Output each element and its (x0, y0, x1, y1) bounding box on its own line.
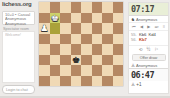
nav-last-icon[interactable]: ⏭ (155, 24, 159, 29)
square-e3[interactable] (81, 55, 92, 66)
game-action-bar: ⟲ ½ ⚐ (129, 45, 168, 53)
square-f6[interactable] (92, 23, 103, 34)
square-e8[interactable] (81, 2, 92, 13)
square-h2[interactable] (113, 65, 124, 76)
square-h8[interactable] (113, 2, 124, 13)
move-row: 56.Kb7 (131, 37, 166, 42)
square-c1[interactable] (60, 76, 71, 87)
square-a8[interactable] (39, 2, 50, 13)
material-advantage: ♙ +1 (129, 81, 168, 87)
knight-icon: ♞ (131, 17, 135, 22)
square-f7[interactable] (92, 13, 103, 24)
square-e7[interactable] (81, 13, 92, 24)
nav-prev-icon[interactable]: ◀ (140, 24, 143, 29)
square-c2[interactable] (60, 65, 71, 76)
white-king-piece[interactable]: ♚ (51, 13, 59, 24)
square-e5[interactable] (81, 34, 92, 45)
draw-icon[interactable]: ½ (146, 47, 150, 52)
square-f1[interactable] (92, 76, 103, 87)
square-d7[interactable] (71, 13, 82, 24)
square-c3[interactable] (60, 55, 71, 66)
square-d2[interactable] (71, 65, 82, 76)
square-g7[interactable] (102, 13, 113, 24)
square-a4[interactable] (39, 44, 50, 55)
square-e6[interactable] (81, 23, 92, 34)
page-footer-edge (0, 96, 170, 98)
square-b4[interactable] (50, 44, 61, 55)
square-d3[interactable]: ♚ (71, 55, 82, 66)
square-f8[interactable] (92, 2, 103, 13)
move-black[interactable]: Kd4 (148, 32, 155, 37)
clock-top: 07:17 (129, 3, 168, 16)
black-king-piece[interactable]: ♚ (72, 55, 80, 66)
square-d8[interactable] (71, 2, 82, 13)
square-h5[interactable] (113, 34, 124, 45)
resign-icon[interactable]: ⚐ (154, 47, 158, 52)
square-c5[interactable] (60, 34, 71, 45)
square-e4[interactable] (81, 44, 92, 55)
square-c7[interactable] (60, 13, 71, 24)
square-b6[interactable] (50, 23, 61, 34)
square-f3[interactable] (92, 55, 103, 66)
move-white[interactable]: Kb7 (139, 37, 147, 42)
square-h3[interactable] (113, 55, 124, 66)
square-c6[interactable] (60, 23, 71, 34)
square-g4[interactable] (102, 44, 113, 55)
nav-first-icon[interactable]: ⏮ (132, 24, 136, 29)
game-meta-box: 10+0 • Casual Anonymous Anonymous (2, 11, 35, 25)
square-a5[interactable] (39, 34, 50, 45)
white-pawn-piece[interactable]: ♟ (40, 23, 48, 34)
square-h6[interactable] (113, 23, 124, 34)
square-b2[interactable] (50, 65, 61, 76)
game-side-panel: 07:17 ♞ Anonymous ⏮ ◀ ▶ ⏭ ≡ 55.Kb6Kd456.… (128, 2, 169, 94)
square-d5[interactable] (71, 34, 82, 45)
square-c8[interactable] (60, 2, 71, 13)
square-f5[interactable] (92, 34, 103, 45)
offer-draw-button[interactable]: Offer draw (132, 54, 166, 61)
pawn-icon: ♙ (131, 63, 135, 68)
board-menu-icon[interactable]: ≡ (163, 24, 165, 29)
square-c4[interactable] (60, 44, 71, 55)
player-top-name: Anonymous (136, 17, 157, 22)
square-e2[interactable] (81, 65, 92, 76)
square-g1[interactable] (102, 76, 113, 87)
square-a1[interactable] (39, 76, 50, 87)
square-f4[interactable] (92, 44, 103, 55)
chess-board[interactable]: ♚♟♚ (39, 2, 123, 86)
square-g3[interactable] (102, 55, 113, 66)
move-number: 56. (131, 37, 137, 42)
square-e1[interactable] (81, 76, 92, 87)
lichess-logo[interactable]: lichess.org (2, 1, 31, 7)
square-d4[interactable] (71, 44, 82, 55)
square-b7[interactable]: ♚ (50, 13, 61, 24)
move-nav-bar: ⏮ ◀ ▶ ⏭ ≡ (129, 22, 168, 31)
nav-next-icon[interactable]: ▶ (147, 24, 150, 29)
move-list[interactable]: 55.Kb6Kd456.Kb7 (129, 31, 168, 45)
square-a6[interactable]: ♟ (39, 23, 50, 34)
square-a7[interactable] (39, 13, 50, 24)
player-bottom-name: Anonymous (136, 63, 157, 68)
square-d6[interactable] (71, 23, 82, 34)
takeback-icon[interactable]: ⟲ (139, 47, 143, 52)
square-a2[interactable] (39, 65, 50, 76)
square-f2[interactable] (92, 65, 103, 76)
square-a3[interactable] (39, 55, 50, 66)
square-b5[interactable] (50, 34, 61, 45)
square-h1[interactable] (113, 76, 124, 87)
square-b1[interactable] (50, 76, 61, 87)
game-meta-black-player: Anonymous (5, 22, 32, 26)
clock-bottom: 06:47 (129, 68, 168, 81)
square-g5[interactable] (102, 34, 113, 45)
square-g2[interactable] (102, 65, 113, 76)
chat-input[interactable]: Login to chat (2, 85, 35, 94)
square-h7[interactable] (113, 13, 124, 24)
square-g8[interactable] (102, 2, 113, 13)
square-g6[interactable] (102, 23, 113, 34)
square-h4[interactable] (113, 44, 124, 55)
square-b8[interactable] (50, 2, 61, 13)
chat-message: Welcome! (5, 33, 32, 38)
square-b3[interactable] (50, 55, 61, 66)
square-d1[interactable] (71, 76, 82, 87)
chat-messages: Welcome! (2, 31, 35, 83)
